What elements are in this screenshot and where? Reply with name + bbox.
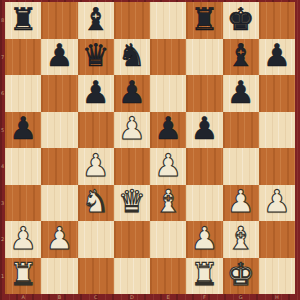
piece-white-rook[interactable]: ♜	[190, 259, 218, 290]
file-label-f: F	[186, 294, 222, 300]
square-a1[interactable]: ♜	[5, 258, 41, 295]
file-label-e: E	[150, 294, 186, 300]
file-label-c: C	[78, 294, 114, 300]
square-d4[interactable]	[114, 148, 150, 185]
square-a5[interactable]: ♟	[5, 112, 41, 149]
piece-white-pawn[interactable]: ♟	[190, 223, 218, 254]
file-labels: ABCDEFGH	[5, 294, 295, 300]
square-a6[interactable]	[5, 75, 41, 112]
square-g4[interactable]	[223, 148, 259, 185]
square-a3[interactable]	[5, 185, 41, 222]
piece-black-pawn[interactable]: ♟	[45, 40, 73, 71]
square-a8[interactable]: ♜	[5, 2, 41, 39]
square-h6[interactable]	[259, 75, 295, 112]
square-a2[interactable]: ♟	[5, 221, 41, 258]
piece-black-rook[interactable]: ♜	[190, 4, 218, 35]
square-f3[interactable]	[186, 185, 222, 222]
square-c2[interactable]	[78, 221, 114, 258]
square-e1[interactable]	[150, 258, 186, 295]
piece-white-pawn[interactable]: ♟	[9, 223, 37, 254]
square-e7[interactable]	[150, 39, 186, 76]
piece-black-pawn[interactable]: ♟	[82, 77, 110, 108]
piece-black-pawn[interactable]: ♟	[227, 77, 255, 108]
piece-black-pawn[interactable]: ♟	[263, 40, 291, 71]
square-c1[interactable]	[78, 258, 114, 295]
piece-black-rook[interactable]: ♜	[9, 4, 37, 35]
piece-white-rook[interactable]: ♜	[9, 259, 37, 290]
square-e4[interactable]: ♟	[150, 148, 186, 185]
piece-white-knight[interactable]: ♞	[82, 186, 110, 217]
piece-black-pawn[interactable]: ♟	[118, 77, 146, 108]
square-b1[interactable]	[41, 258, 77, 295]
square-h5[interactable]	[259, 112, 295, 149]
square-b2[interactable]: ♟	[41, 221, 77, 258]
file-label-a: A	[5, 294, 41, 300]
square-e2[interactable]	[150, 221, 186, 258]
square-b5[interactable]	[41, 112, 77, 149]
square-d6[interactable]: ♟	[114, 75, 150, 112]
square-c4[interactable]: ♟	[78, 148, 114, 185]
square-g2[interactable]: ♝	[223, 221, 259, 258]
square-d7[interactable]: ♞	[114, 39, 150, 76]
piece-black-bishop[interactable]: ♝	[82, 4, 110, 35]
piece-white-pawn[interactable]: ♟	[45, 223, 73, 254]
square-e3[interactable]: ♝	[150, 185, 186, 222]
square-g1[interactable]: ♚	[223, 258, 259, 295]
piece-white-pawn[interactable]: ♟	[263, 186, 291, 217]
piece-black-bishop[interactable]: ♝	[227, 40, 255, 71]
square-f8[interactable]: ♜	[186, 2, 222, 39]
piece-black-pawn[interactable]: ♟	[154, 113, 182, 144]
piece-white-pawn[interactable]: ♟	[154, 150, 182, 181]
square-d5[interactable]: ♟	[114, 112, 150, 149]
square-g5[interactable]	[223, 112, 259, 149]
piece-black-pawn[interactable]: ♟	[190, 113, 218, 144]
file-label-d: D	[114, 294, 150, 300]
piece-white-king[interactable]: ♚	[227, 259, 255, 290]
square-c6[interactable]: ♟	[78, 75, 114, 112]
square-b7[interactable]: ♟	[41, 39, 77, 76]
square-a4[interactable]	[5, 148, 41, 185]
square-h7[interactable]: ♟	[259, 39, 295, 76]
square-g7[interactable]: ♝	[223, 39, 259, 76]
square-g6[interactable]: ♟	[223, 75, 259, 112]
square-h1[interactable]	[259, 258, 295, 295]
square-f4[interactable]	[186, 148, 222, 185]
file-label-h: H	[259, 294, 295, 300]
square-b3[interactable]	[41, 185, 77, 222]
square-b8[interactable]	[41, 2, 77, 39]
square-g8[interactable]: ♚	[223, 2, 259, 39]
square-e6[interactable]	[150, 75, 186, 112]
piece-black-king[interactable]: ♚	[227, 4, 255, 35]
square-c3[interactable]: ♞	[78, 185, 114, 222]
square-h8[interactable]	[259, 2, 295, 39]
piece-black-queen[interactable]: ♛	[82, 40, 110, 71]
file-label-b: B	[41, 294, 77, 300]
square-f7[interactable]	[186, 39, 222, 76]
square-a7[interactable]	[5, 39, 41, 76]
chess-board: ♜♝♜♚♟♛♞♝♟♟♟♟♟♟♟♟♟♟♞♛♝♟♟♟♟♟♝♜♜♚	[5, 2, 295, 294]
square-h4[interactable]	[259, 148, 295, 185]
square-h3[interactable]: ♟	[259, 185, 295, 222]
square-f1[interactable]: ♜	[186, 258, 222, 295]
square-g3[interactable]: ♟	[223, 185, 259, 222]
piece-white-bishop[interactable]: ♝	[154, 186, 182, 217]
square-d2[interactable]	[114, 221, 150, 258]
piece-white-pawn[interactable]: ♟	[82, 150, 110, 181]
square-c8[interactable]: ♝	[78, 2, 114, 39]
piece-white-pawn[interactable]: ♟	[227, 186, 255, 217]
piece-white-bishop[interactable]: ♝	[227, 223, 255, 254]
square-b6[interactable]	[41, 75, 77, 112]
square-d1[interactable]	[114, 258, 150, 295]
square-f5[interactable]: ♟	[186, 112, 222, 149]
piece-black-pawn[interactable]: ♟	[9, 113, 37, 144]
square-c5[interactable]	[78, 112, 114, 149]
piece-white-queen[interactable]: ♛	[118, 186, 146, 217]
square-f2[interactable]: ♟	[186, 221, 222, 258]
square-f6[interactable]	[186, 75, 222, 112]
chess-board-frame: 87654321 ABCDEFGH ♜♝♜♚♟♛♞♝♟♟♟♟♟♟♟♟♟♟♞♛♝♟…	[0, 0, 300, 300]
square-b4[interactable]	[41, 148, 77, 185]
piece-white-pawn[interactable]: ♟	[118, 113, 146, 144]
piece-black-knight[interactable]: ♞	[118, 40, 146, 71]
square-d8[interactable]	[114, 2, 150, 39]
square-d3[interactable]: ♛	[114, 185, 150, 222]
square-h2[interactable]	[259, 221, 295, 258]
square-c7[interactable]: ♛	[78, 39, 114, 76]
square-e5[interactable]: ♟	[150, 112, 186, 149]
square-e8[interactable]	[150, 2, 186, 39]
file-label-g: G	[223, 294, 259, 300]
